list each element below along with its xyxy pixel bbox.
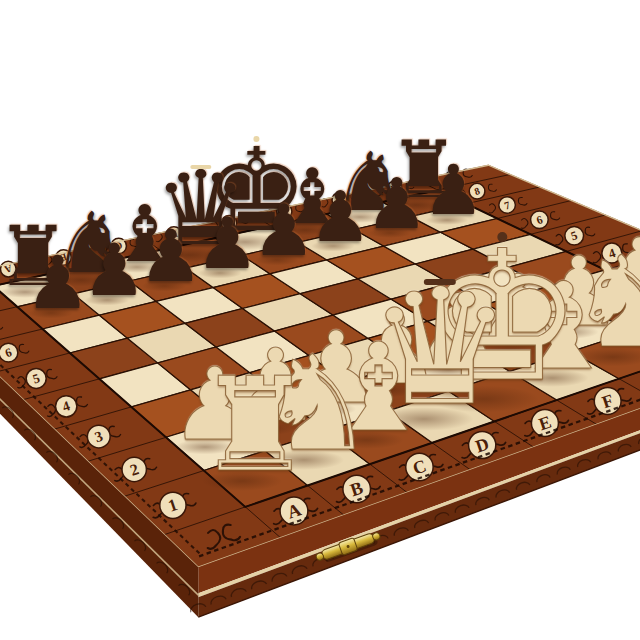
finial-tip [253,136,259,142]
piece-dark-pawn-a7[interactable]: ♟ [25,246,90,319]
piece-dark-pawn-c7[interactable]: ♟ [139,220,204,292]
finial-tip [424,279,456,285]
piece-dark-pawn-d7[interactable]: ♟ [196,208,260,279]
piece-dark-pawn-g7[interactable]: ♟ [366,169,429,239]
finial-tip [497,232,507,242]
piece-dark-pawn-f7[interactable]: ♟ [309,182,372,252]
chess-set-photo: AA11BB22CC33DD44EE55FF66GG77HH88 ♜♞♝♛♚♝♞… [0,0,640,640]
piece-light-rook-a1[interactable]: ♜ [197,360,314,490]
piece-dark-pawn-e7[interactable]: ♟ [252,195,316,266]
finial-tip [190,165,211,169]
piece-dark-pawn-b7[interactable]: ♟ [82,234,147,306]
